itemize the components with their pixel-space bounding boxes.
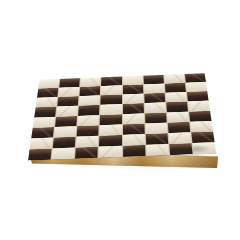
square-e4 bbox=[122, 113, 143, 124]
square-c4 bbox=[78, 115, 100, 126]
square-d8 bbox=[101, 77, 121, 86]
square-e3 bbox=[123, 124, 145, 135]
square-d6 bbox=[101, 95, 122, 105]
square-f7 bbox=[144, 84, 165, 94]
square-c6 bbox=[79, 96, 100, 106]
photo-canvas bbox=[0, 0, 240, 240]
square-g2 bbox=[168, 132, 191, 143]
square-g5 bbox=[166, 102, 188, 112]
square-h5 bbox=[188, 101, 210, 111]
square-e5 bbox=[122, 104, 143, 114]
square-c3 bbox=[77, 125, 99, 136]
square-b3 bbox=[54, 126, 77, 137]
square-e2 bbox=[123, 134, 145, 145]
square-g3 bbox=[168, 122, 191, 133]
square-c7 bbox=[80, 86, 101, 96]
square-d5 bbox=[100, 104, 121, 114]
square-c8 bbox=[80, 77, 100, 86]
square-g4 bbox=[167, 112, 189, 123]
square-a1 bbox=[28, 149, 52, 161]
square-d4 bbox=[100, 114, 121, 125]
square-h4 bbox=[189, 111, 212, 122]
square-b4 bbox=[55, 116, 77, 127]
square-g7 bbox=[165, 83, 186, 93]
square-f4 bbox=[145, 113, 167, 124]
square-b8 bbox=[59, 78, 80, 87]
square-f5 bbox=[144, 103, 165, 113]
square-f6 bbox=[144, 93, 165, 103]
square-c1 bbox=[75, 147, 98, 159]
square-a4 bbox=[33, 117, 55, 128]
square-h1 bbox=[192, 142, 216, 154]
square-a7 bbox=[37, 88, 58, 98]
square-g6 bbox=[165, 92, 186, 102]
square-h6 bbox=[187, 91, 209, 101]
square-a2 bbox=[30, 138, 53, 149]
square-e1 bbox=[123, 145, 146, 157]
square-g8 bbox=[164, 74, 185, 83]
square-a3 bbox=[31, 127, 54, 138]
square-d3 bbox=[100, 124, 122, 135]
square-h3 bbox=[190, 121, 213, 132]
square-b7 bbox=[58, 87, 79, 97]
square-e6 bbox=[122, 94, 143, 104]
square-c5 bbox=[78, 105, 99, 115]
square-a5 bbox=[34, 107, 56, 117]
square-g1 bbox=[169, 143, 192, 155]
square-e7 bbox=[122, 85, 142, 95]
square-h2 bbox=[191, 132, 214, 143]
square-d2 bbox=[99, 135, 121, 146]
square-d7 bbox=[101, 86, 121, 96]
square-h7 bbox=[186, 82, 207, 92]
square-f3 bbox=[145, 123, 167, 134]
square-b6 bbox=[57, 96, 78, 106]
square-d1 bbox=[99, 146, 122, 158]
square-b2 bbox=[53, 137, 76, 148]
square-f1 bbox=[146, 144, 169, 156]
square-b1 bbox=[52, 148, 75, 160]
square-f2 bbox=[145, 133, 168, 144]
square-a8 bbox=[38, 79, 59, 88]
chessboard bbox=[28, 73, 216, 160]
square-c2 bbox=[76, 136, 99, 147]
square-a6 bbox=[36, 97, 58, 107]
square-b5 bbox=[56, 106, 78, 116]
square-e8 bbox=[122, 76, 142, 85]
square-h8 bbox=[185, 73, 206, 82]
square-f8 bbox=[143, 75, 163, 84]
